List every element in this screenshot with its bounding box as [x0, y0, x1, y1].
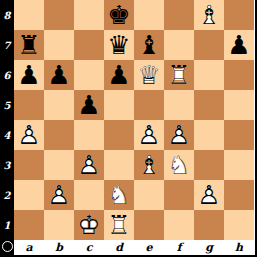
white-pawn[interactable]: ♙ [134, 120, 164, 150]
black-pawn[interactable]: ♟ [74, 90, 104, 120]
white-pawn-fill: ♟ [74, 150, 104, 180]
square-c2[interactable] [74, 180, 104, 210]
square-d2[interactable]: ♞♘ [104, 180, 134, 210]
white-queen-fill: ♛ [134, 60, 164, 90]
square-c7[interactable] [74, 30, 104, 60]
white-rook[interactable]: ♖ [104, 210, 134, 240]
square-e8[interactable] [134, 0, 164, 30]
white-pawn[interactable]: ♙ [74, 150, 104, 180]
file-label-e: e [134, 240, 164, 255]
white-knight[interactable]: ♘ [164, 150, 194, 180]
square-c5[interactable]: ♟ [74, 90, 104, 120]
square-f8[interactable] [164, 0, 194, 30]
square-d6[interactable]: ♟ [104, 60, 134, 90]
black-pawn[interactable]: ♟ [44, 60, 74, 90]
white-pawn-fill: ♟ [134, 120, 164, 150]
square-h1[interactable] [224, 210, 254, 240]
square-a7[interactable]: ♜ [14, 30, 44, 60]
black-rook[interactable]: ♜ [14, 30, 44, 60]
square-h7[interactable]: ♟ [224, 30, 254, 60]
square-a5[interactable] [14, 90, 44, 120]
white-queen[interactable]: ♕ [134, 60, 164, 90]
square-f5[interactable] [164, 90, 194, 120]
square-a3[interactable] [14, 150, 44, 180]
white-bishop[interactable]: ♗ [194, 0, 224, 30]
square-h6[interactable] [224, 60, 254, 90]
square-a4[interactable]: ♟♙ [14, 120, 44, 150]
white-rook-fill: ♜ [104, 210, 134, 240]
board: ♚♝♗♜♛♝♟♟♟♟♛♕♜♖♟♟♙♟♙♟♙♟♙♝♗♞♘♟♙♞♘♟♙♚♔♜♖ [14, 0, 254, 240]
square-f3[interactable]: ♞♘ [164, 150, 194, 180]
square-b5[interactable] [44, 90, 74, 120]
square-c6[interactable] [74, 60, 104, 90]
chess-diagram: 87654321 ♚♝♗♜♛♝♟♟♟♟♛♕♜♖♟♟♙♟♙♟♙♟♙♝♗♞♘♟♙♞♘… [0, 0, 257, 257]
square-b4[interactable] [44, 120, 74, 150]
white-pawn-fill: ♟ [44, 180, 74, 210]
rank-label-1: 1 [0, 210, 14, 240]
rank-label-3: 3 [0, 150, 14, 180]
square-d3[interactable] [104, 150, 134, 180]
white-knight[interactable]: ♘ [104, 180, 134, 210]
white-to-move-indicator [2, 241, 13, 252]
square-e6[interactable]: ♛♕ [134, 60, 164, 90]
square-h4[interactable] [224, 120, 254, 150]
square-b3[interactable] [44, 150, 74, 180]
white-king[interactable]: ♔ [74, 210, 104, 240]
square-d8[interactable]: ♚ [104, 0, 134, 30]
square-g4[interactable] [194, 120, 224, 150]
square-c4[interactable] [74, 120, 104, 150]
square-b2[interactable]: ♟♙ [44, 180, 74, 210]
rank-labels: 87654321 [0, 0, 14, 240]
square-g2[interactable]: ♟♙ [194, 180, 224, 210]
square-c3[interactable]: ♟♙ [74, 150, 104, 180]
square-e2[interactable] [134, 180, 164, 210]
square-e4[interactable]: ♟♙ [134, 120, 164, 150]
square-d1[interactable]: ♜♖ [104, 210, 134, 240]
square-g3[interactable] [194, 150, 224, 180]
rank-label-2: 2 [0, 180, 14, 210]
white-rook[interactable]: ♖ [164, 60, 194, 90]
white-rook-fill: ♜ [164, 60, 194, 90]
square-h5[interactable] [224, 90, 254, 120]
square-e5[interactable] [134, 90, 164, 120]
square-a8[interactable] [14, 0, 44, 30]
rank-label-7: 7 [0, 30, 14, 60]
file-label-f: f [164, 240, 194, 255]
rank-label-5: 5 [0, 90, 14, 120]
square-f6[interactable]: ♜♖ [164, 60, 194, 90]
side-to-move-corner [0, 240, 14, 255]
square-h3[interactable] [224, 150, 254, 180]
white-pawn[interactable]: ♙ [44, 180, 74, 210]
square-f4[interactable]: ♟♙ [164, 120, 194, 150]
square-d4[interactable] [104, 120, 134, 150]
rank-label-4: 4 [0, 120, 14, 150]
file-label-b: b [44, 240, 74, 255]
square-b7[interactable] [44, 30, 74, 60]
white-pawn[interactable]: ♙ [14, 120, 44, 150]
rank-label-8: 8 [0, 0, 14, 30]
square-g8[interactable]: ♝♗ [194, 0, 224, 30]
square-e3[interactable]: ♝♗ [134, 150, 164, 180]
file-label-h: h [224, 240, 254, 255]
square-f7[interactable] [164, 30, 194, 60]
square-g7[interactable] [194, 30, 224, 60]
black-pawn[interactable]: ♟ [104, 60, 134, 90]
square-b1[interactable] [44, 210, 74, 240]
white-pawn-fill: ♟ [194, 180, 224, 210]
square-e1[interactable] [134, 210, 164, 240]
square-c8[interactable] [74, 0, 104, 30]
white-knight-fill: ♞ [104, 180, 134, 210]
square-d5[interactable] [104, 90, 134, 120]
square-g6[interactable] [194, 60, 224, 90]
square-b8[interactable] [44, 0, 74, 30]
white-pawn[interactable]: ♙ [164, 120, 194, 150]
square-f1[interactable] [164, 210, 194, 240]
file-labels: abcdefgh [14, 240, 254, 255]
square-a2[interactable] [14, 180, 44, 210]
white-bishop[interactable]: ♗ [134, 150, 164, 180]
file-label-g: g [194, 240, 224, 255]
file-label-d: d [104, 240, 134, 255]
white-king-fill: ♚ [74, 210, 104, 240]
rank-label-6: 6 [0, 60, 14, 90]
square-a6[interactable]: ♟ [14, 60, 44, 90]
white-pawn[interactable]: ♙ [194, 180, 224, 210]
square-g5[interactable] [194, 90, 224, 120]
black-pawn[interactable]: ♟ [14, 60, 44, 90]
square-h8[interactable] [224, 0, 254, 30]
square-h2[interactable] [224, 180, 254, 210]
black-king[interactable]: ♚ [104, 0, 134, 30]
black-pawn[interactable]: ♟ [224, 30, 254, 60]
square-c1[interactable]: ♚♔ [74, 210, 104, 240]
square-a1[interactable] [14, 210, 44, 240]
white-bishop-fill: ♝ [134, 150, 164, 180]
black-bishop[interactable]: ♝ [134, 30, 164, 60]
square-b6[interactable]: ♟ [44, 60, 74, 90]
black-queen[interactable]: ♛ [104, 30, 134, 60]
file-label-c: c [74, 240, 104, 255]
right-margin [254, 0, 255, 240]
white-knight-fill: ♞ [164, 150, 194, 180]
square-e7[interactable]: ♝ [134, 30, 164, 60]
square-g1[interactable] [194, 210, 224, 240]
file-label-a: a [14, 240, 44, 255]
square-d7[interactable]: ♛ [104, 30, 134, 60]
white-pawn-fill: ♟ [164, 120, 194, 150]
square-f2[interactable] [164, 180, 194, 210]
white-bishop-fill: ♝ [194, 0, 224, 30]
white-pawn-fill: ♟ [14, 120, 44, 150]
